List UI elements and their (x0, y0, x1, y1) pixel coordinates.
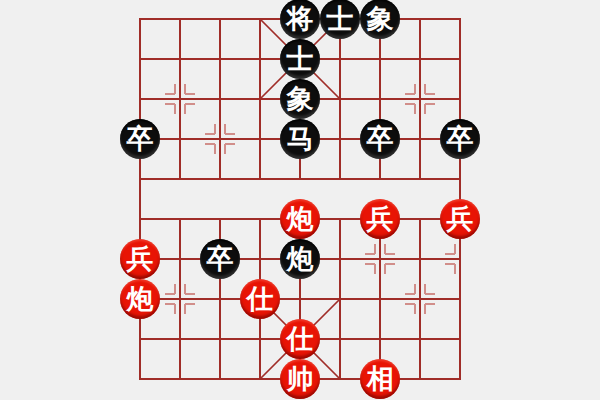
piece-glyph: 炮 (127, 279, 154, 319)
piece-glyph: 兵 (127, 239, 154, 279)
piece-black-cannon[interactable]: 炮 (280, 239, 320, 279)
xiangqi-board-screenshot: 将士象士象卒马卒卒炮兵兵兵卒炮炮仕仕帅相 (0, 0, 600, 400)
piece-glyph: 卒 (367, 119, 394, 159)
piece-black-general[interactable]: 将 (280, 0, 320, 39)
piece-black-elephant-2[interactable]: 象 (280, 79, 320, 119)
piece-glyph: 卒 (447, 119, 474, 159)
piece-glyph: 士 (287, 39, 314, 79)
piece-black-pawn-3[interactable]: 卒 (440, 119, 480, 159)
piece-glyph: 兵 (367, 199, 394, 239)
piece-glyph: 马 (287, 119, 314, 159)
piece-red-advisor-1[interactable]: 仕 (240, 279, 280, 319)
pieces-layer: 将士象士象卒马卒卒炮兵兵兵卒炮炮仕仕帅相 (0, 0, 600, 400)
piece-glyph: 象 (367, 0, 394, 39)
piece-glyph: 卒 (207, 239, 234, 279)
piece-glyph: 帅 (287, 359, 314, 399)
piece-glyph: 士 (327, 0, 354, 39)
piece-red-pawn-2[interactable]: 兵 (440, 199, 480, 239)
piece-black-pawn-4[interactable]: 卒 (200, 239, 240, 279)
piece-glyph: 将 (287, 0, 314, 39)
piece-glyph: 仕 (287, 319, 314, 359)
piece-black-elephant-1[interactable]: 象 (360, 0, 400, 39)
piece-red-pawn-3[interactable]: 兵 (120, 239, 160, 279)
piece-black-advisor-1[interactable]: 士 (320, 0, 360, 39)
piece-glyph: 仕 (247, 279, 274, 319)
piece-red-elephant[interactable]: 相 (360, 359, 400, 399)
piece-glyph: 卒 (127, 119, 154, 159)
piece-glyph: 象 (287, 79, 314, 119)
piece-glyph: 兵 (447, 199, 474, 239)
piece-black-pawn-2[interactable]: 卒 (360, 119, 400, 159)
piece-red-pawn-1[interactable]: 兵 (360, 199, 400, 239)
piece-black-pawn-1[interactable]: 卒 (120, 119, 160, 159)
piece-black-advisor-2[interactable]: 士 (280, 39, 320, 79)
piece-red-cannon-1[interactable]: 炮 (280, 199, 320, 239)
piece-glyph: 炮 (287, 199, 314, 239)
piece-red-cannon-2[interactable]: 炮 (120, 279, 160, 319)
piece-red-advisor-2[interactable]: 仕 (280, 319, 320, 359)
piece-red-general[interactable]: 帅 (280, 359, 320, 399)
piece-black-horse[interactable]: 马 (280, 119, 320, 159)
piece-glyph: 炮 (287, 239, 314, 279)
piece-glyph: 相 (367, 359, 394, 399)
